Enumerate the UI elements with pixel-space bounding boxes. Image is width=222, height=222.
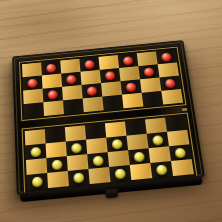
red-piece[interactable]	[143, 67, 154, 77]
square-r8c7[interactable]	[150, 161, 173, 178]
yellow-piece[interactable]	[152, 135, 163, 146]
red-piece[interactable]	[126, 82, 137, 92]
wooden-table-background	[0, 0, 222, 222]
red-piece[interactable]	[105, 71, 116, 81]
yellow-piece[interactable]	[112, 139, 123, 150]
yellow-piece[interactable]	[93, 155, 104, 166]
yellow-piece[interactable]	[115, 168, 126, 179]
yellow-piece[interactable]	[174, 147, 186, 158]
yellow-piece[interactable]	[156, 164, 168, 175]
square-r8c6	[130, 163, 153, 180]
square-r8c8	[171, 159, 194, 176]
yellow-piece[interactable]	[31, 146, 42, 157]
square-r8c3[interactable]	[68, 169, 90, 186]
square-r4c2	[43, 100, 64, 116]
clasp	[105, 189, 118, 198]
square-r4c5[interactable]	[102, 95, 123, 111]
yellow-piece[interactable]	[71, 142, 82, 153]
square-r4c1[interactable]	[24, 102, 44, 118]
checkers-case	[12, 40, 205, 195]
red-piece[interactable]	[46, 63, 56, 73]
red-piece[interactable]	[161, 52, 172, 62]
red-piece[interactable]	[123, 56, 134, 66]
square-r4c3[interactable]	[63, 98, 84, 114]
red-piece[interactable]	[48, 90, 58, 100]
square-r4c8	[161, 89, 183, 105]
square-r8c1[interactable]	[27, 173, 48, 190]
yellow-piece[interactable]	[52, 159, 63, 170]
square-r4c4	[83, 97, 104, 113]
square-r4c7[interactable]	[142, 91, 164, 107]
red-piece[interactable]	[87, 86, 98, 96]
square-r8c2	[47, 171, 69, 188]
red-piece[interactable]	[84, 59, 94, 69]
square-r4c6	[122, 93, 143, 109]
red-piece[interactable]	[165, 78, 176, 88]
yellow-piece[interactable]	[73, 172, 84, 183]
yellow-piece[interactable]	[133, 151, 144, 162]
yellow-piece[interactable]	[32, 176, 43, 187]
square-r8c4	[88, 167, 110, 184]
red-piece[interactable]	[27, 78, 37, 88]
square-r8c5[interactable]	[109, 165, 131, 182]
red-piece[interactable]	[66, 74, 76, 84]
